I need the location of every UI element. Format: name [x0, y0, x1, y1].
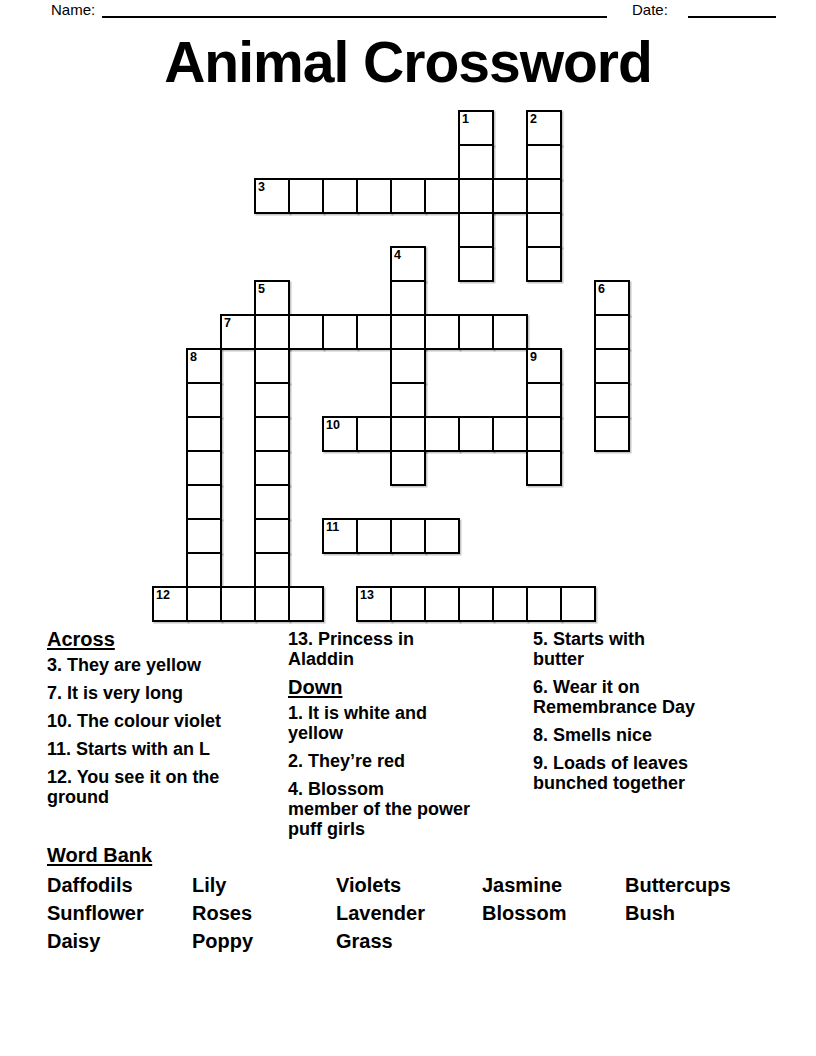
grid-cell-r14c3[interactable] [254, 586, 290, 622]
grid-cell-r9c9[interactable] [458, 416, 494, 452]
word-bank-word-violets: Violets [336, 874, 482, 902]
grid-cell-r10c7[interactable] [390, 450, 426, 486]
grid-cell-r10c1[interactable] [186, 450, 222, 486]
cell-number-2: 2 [530, 113, 537, 125]
word-bank-word-sunflower: Sunflower [47, 902, 192, 930]
grid-cell-r8c13[interactable] [594, 382, 630, 418]
grid-cell-r8c3[interactable] [254, 382, 290, 418]
grid-cell-r7c13[interactable] [594, 348, 630, 384]
grid-cell-r2c10[interactable] [492, 178, 528, 214]
grid-cell-r14c10[interactable] [492, 586, 528, 622]
grid-cell-r6c7[interactable] [390, 314, 426, 350]
clues-column-right: 5. Starts with butter6. Wear it on Remem… [533, 629, 805, 801]
grid-cell-r3c11[interactable] [526, 212, 562, 248]
cell-number-11: 11 [326, 521, 339, 533]
grid-cell-r14c1[interactable] [186, 586, 222, 622]
date-label: Date: [632, 2, 668, 18]
word-bank-word-jasmine: Jasmine [482, 874, 625, 902]
grid-cell-r10c3[interactable] [254, 450, 290, 486]
grid-cell-r2c8[interactable] [424, 178, 460, 214]
grid-cell-r9c7[interactable] [390, 416, 426, 452]
clue-11: 11. Starts with an L [47, 739, 287, 759]
name-input-line[interactable] [102, 0, 607, 18]
clue-4: 4. Blossom member of the power puff girl… [288, 779, 528, 839]
grid-cell-r8c1[interactable] [186, 382, 222, 418]
grid-cell-r11c3[interactable] [254, 484, 290, 520]
cell-number-1: 1 [462, 113, 469, 125]
grid-cell-r10c11[interactable] [526, 450, 562, 486]
clue-6: 6. Wear it on Remembrance Day [533, 677, 805, 717]
clue-10: 10. The colour violet [47, 711, 287, 731]
word-bank-word-daffodils: Daffodils [47, 874, 192, 902]
grid-cell-r3c9[interactable] [458, 212, 494, 248]
date-input-line[interactable] [688, 0, 776, 18]
grid-cell-r9c10[interactable] [492, 416, 528, 452]
word-bank-word-blossom: Blossom [482, 902, 625, 930]
cell-number-12: 12 [156, 589, 170, 601]
name-label: Name: [51, 2, 95, 18]
clue-3: 3. They are yellow [47, 655, 287, 675]
word-bank-heading: Word Bank [47, 845, 152, 865]
grid-cell-r1c11[interactable] [526, 144, 562, 180]
clue-12: 12. You see it on the ground [47, 767, 287, 807]
clues-column-middle: 13. Princess in AladdinDown1. It is whit… [288, 629, 528, 847]
grid-cell-r6c8[interactable] [424, 314, 460, 350]
grid-cell-r6c9[interactable] [458, 314, 494, 350]
clues-heading-across: Across [47, 629, 287, 649]
clue-8: 8. Smells nice [533, 725, 805, 745]
grid-cell-r12c7[interactable] [390, 518, 426, 554]
cell-number-9: 9 [530, 351, 537, 363]
grid-cell-r7c7[interactable] [390, 348, 426, 384]
grid-cell-r7c3[interactable] [254, 348, 290, 384]
grid-cell-r12c8[interactable] [424, 518, 460, 554]
grid-cell-r14c4[interactable] [288, 586, 324, 622]
cell-number-10: 10 [326, 419, 340, 431]
clue-7: 7. It is very long [47, 683, 287, 703]
grid-cell-r14c9[interactable] [458, 586, 494, 622]
crossword-grid: 12345678910111213 [152, 110, 630, 622]
grid-cell-r5c7[interactable] [390, 280, 426, 316]
word-bank-word-daisy: Daisy [47, 930, 192, 958]
cell-number-3: 3 [258, 181, 265, 193]
cell-number-8: 8 [190, 351, 197, 363]
grid-cell-r14c8[interactable] [424, 586, 460, 622]
grid-cell-r8c11[interactable] [526, 382, 562, 418]
grid-cell-r9c3[interactable] [254, 416, 290, 452]
grid-cell-r6c3[interactable] [254, 314, 290, 350]
grid-cell-r13c3[interactable] [254, 552, 290, 588]
grid-cell-r9c13[interactable] [594, 416, 630, 452]
grid-cell-r8c7[interactable] [390, 382, 426, 418]
grid-cell-r14c11[interactable] [526, 586, 562, 622]
grid-cell-r6c5[interactable] [322, 314, 358, 350]
cell-number-6: 6 [598, 283, 605, 295]
grid-cell-r1c9[interactable] [458, 144, 494, 180]
clue-13: 13. Princess in Aladdin [288, 629, 528, 669]
grid-cell-r2c4[interactable] [288, 178, 324, 214]
word-bank-word-lavender: Lavender [336, 902, 482, 930]
word-bank-word-lily: Lily [192, 874, 336, 902]
grid-cell-r6c10[interactable] [492, 314, 528, 350]
grid-cell-r2c7[interactable] [390, 178, 426, 214]
grid-cell-r14c7[interactable] [390, 586, 426, 622]
word-bank-word-bush: Bush [625, 902, 787, 930]
cell-number-4: 4 [394, 249, 401, 261]
grid-cell-r6c4[interactable] [288, 314, 324, 350]
clue-9: 9. Loads of leaves bunched together [533, 753, 805, 793]
grid-cell-r2c5[interactable] [322, 178, 358, 214]
word-bank-word-roses: Roses [192, 902, 336, 930]
cell-number-13: 13 [360, 589, 374, 601]
clue-5: 5. Starts with butter [533, 629, 805, 669]
grid-cell-r11c1[interactable] [186, 484, 222, 520]
grid-cell-r4c11[interactable] [526, 246, 562, 282]
cell-number-7: 7 [224, 317, 231, 329]
word-bank-word-grass: Grass [336, 930, 482, 958]
grid-cell-r6c6[interactable] [356, 314, 392, 350]
grid-cell-r2c6[interactable] [356, 178, 392, 214]
grid-cell-r12c1[interactable] [186, 518, 222, 554]
grid-cell-r2c11[interactable] [526, 178, 562, 214]
clue-2: 2. They’re red [288, 751, 528, 771]
word-bank-word-buttercups: Buttercups [625, 874, 787, 902]
grid-cell-r9c1[interactable] [186, 416, 222, 452]
clues-heading-down: Down [288, 677, 528, 697]
worksheet-page: Name: Date: Animal Crossword 12345678910… [0, 0, 816, 1056]
word-bank-list: DaffodilsLilyVioletsJasmineButtercupsSun… [47, 874, 787, 958]
word-bank-word-poppy: Poppy [192, 930, 336, 958]
grid-cell-r13c1[interactable] [186, 552, 222, 588]
clue-1: 1. It is white and yellow [288, 703, 528, 743]
grid-cell-r9c11[interactable] [526, 416, 562, 452]
grid-cell-r6c13[interactable] [594, 314, 630, 350]
page-title: Animal Crossword [0, 33, 816, 91]
grid-cell-r14c12[interactable] [560, 586, 596, 622]
grid-cell-r2c9[interactable] [458, 178, 494, 214]
grid-cell-r14c2[interactable] [220, 586, 256, 622]
cell-number-5: 5 [258, 283, 265, 295]
grid-cell-r4c9[interactable] [458, 246, 494, 282]
clues-column-across: Across3. They are yellow7. It is very lo… [47, 629, 287, 815]
grid-cell-r9c6[interactable] [356, 416, 392, 452]
grid-cell-r9c8[interactable] [424, 416, 460, 452]
grid-cell-r12c6[interactable] [356, 518, 392, 554]
grid-cell-r12c3[interactable] [254, 518, 290, 554]
